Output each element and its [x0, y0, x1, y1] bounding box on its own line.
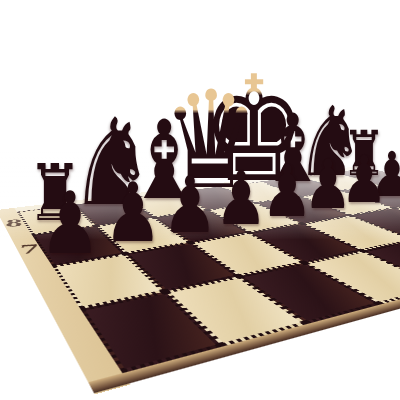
- piece-black-pawn-b7[interactable]: ♟: [104, 172, 163, 254]
- piece-black-pawn-e7[interactable]: ♟: [261, 155, 313, 227]
- piece-black-pawn-d7[interactable]: ♟: [214, 161, 267, 235]
- piece-black-pawn-a7[interactable]: ♟: [39, 180, 101, 266]
- chess-set-photo: 87 ♜♞♝♛♚♝♞♜♟♟♟♟♟♟♟♟: [0, 0, 400, 400]
- pieces-layer: ♜♞♝♛♚♝♞♜♟♟♟♟♟♟♟♟: [0, 0, 400, 400]
- piece-black-pawn-c7[interactable]: ♟: [162, 166, 218, 244]
